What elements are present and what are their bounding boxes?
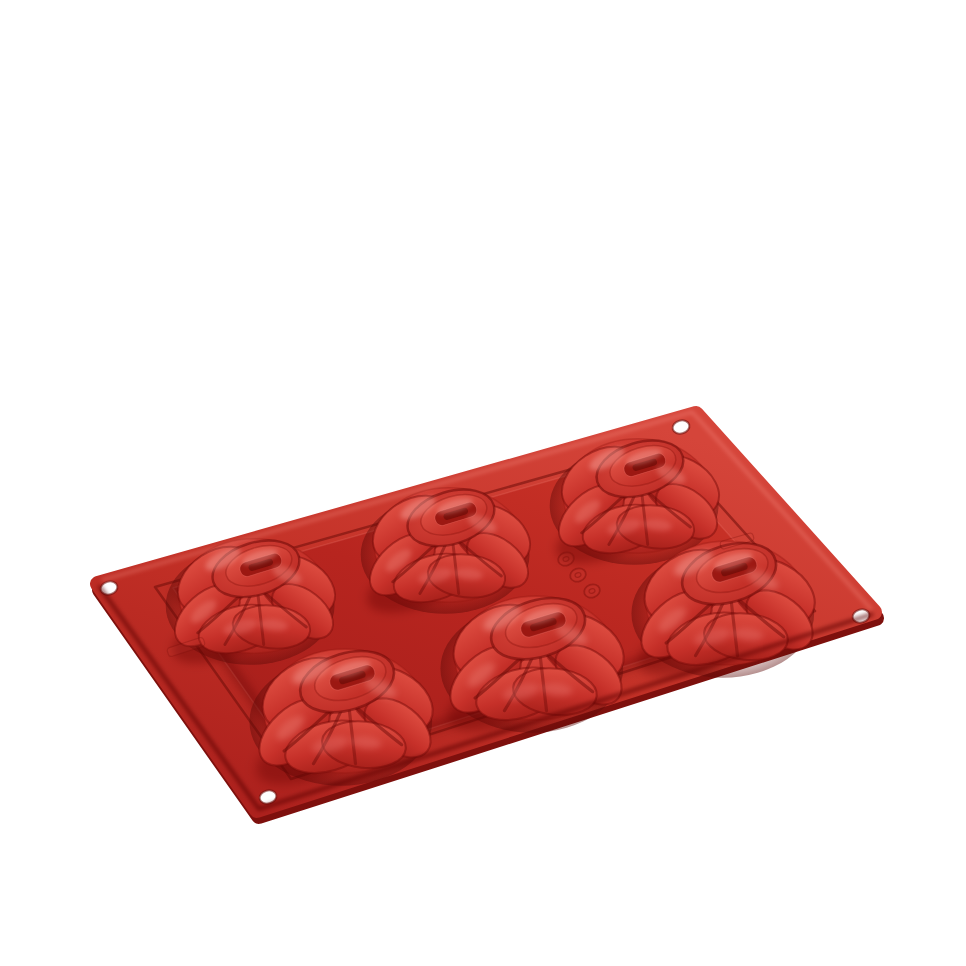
product-photo-rose-silicone-mold bbox=[0, 0, 966, 966]
photo-stage bbox=[0, 0, 966, 966]
